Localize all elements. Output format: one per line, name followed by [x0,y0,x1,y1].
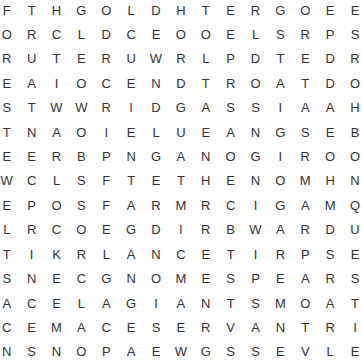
grid-cell-r15c13[interactable]: V [293,340,318,361]
grid-cell-r12c7[interactable]: O [144,266,169,290]
grid-cell-r9c14[interactable]: M [318,193,343,217]
grid-cell-r8c6[interactable]: T [119,169,144,193]
grid-cell-r5c1[interactable]: S [0,96,19,120]
grid-cell-r5c3[interactable]: W [44,96,69,120]
grid-cell-r14c11[interactable]: A [243,315,268,339]
grid-cell-r4c15[interactable]: O [343,71,362,95]
grid-cell-r13c5[interactable]: A [94,291,119,315]
grid-cell-r3c6[interactable]: U [119,47,144,71]
grid-cell-r13c10[interactable]: T [218,291,243,315]
grid-cell-r2c10[interactable]: E [218,22,243,46]
grid-cell-r9c11[interactable]: I [243,193,268,217]
grid-cell-r15c2[interactable]: S [19,340,44,361]
grid-cell-r3c14[interactable]: D [318,47,343,71]
grid-cell-r8c10[interactable]: E [218,169,243,193]
grid-cell-r12c14[interactable]: R [318,266,343,290]
grid-cell-r15c14[interactable]: L [318,340,343,361]
grid-cell-r7c4[interactable]: B [69,144,94,168]
grid-cell-r11c4[interactable]: R [69,242,94,266]
grid-cell-r2c5[interactable]: D [94,22,119,46]
grid-cell-r11c11[interactable]: I [243,242,268,266]
grid-cell-r15c15[interactable]: E [343,340,362,361]
grid-cell-r5c2[interactable]: T [19,96,44,120]
grid-cell-r11c13[interactable]: P [293,242,318,266]
grid-cell-r2c8[interactable]: O [168,22,193,46]
grid-cell-r3c3[interactable]: T [44,47,69,71]
grid-cell-r9c13[interactable]: A [293,193,318,217]
grid-cell-r14c12[interactable]: N [268,315,293,339]
grid-cell-r1c9[interactable]: T [193,0,218,22]
grid-cell-r2c14[interactable]: P [318,22,343,46]
grid-cell-r1c14[interactable]: E [318,0,343,22]
grid-cell-r13c13[interactable]: O [293,291,318,315]
grid-cell-r3c2[interactable]: U [19,47,44,71]
grid-cell-r14c4[interactable]: A [69,315,94,339]
grid-cell-r15c7[interactable]: E [144,340,169,361]
grid-cell-r11c6[interactable]: A [119,242,144,266]
grid-cell-r11c14[interactable]: S [318,242,343,266]
grid-cell-r2c6[interactable]: C [119,22,144,46]
grid-cell-r10c4[interactable]: O [69,218,94,242]
grid-cell-r2c12[interactable]: S [268,22,293,46]
grid-cell-r7c6[interactable]: N [119,144,144,168]
grid-cell-r6c12[interactable]: G [268,120,293,144]
grid-cell-r9c10[interactable]: C [218,193,243,217]
grid-cell-r2c15[interactable]: S [343,22,362,46]
grid-cell-r14c5[interactable]: C [94,315,119,339]
grid-cell-r2c4[interactable]: L [69,22,94,46]
grid-cell-r5c8[interactable]: G [168,96,193,120]
grid-cell-r5c9[interactable]: A [193,96,218,120]
grid-cell-r1c4[interactable]: G [69,0,94,22]
grid-cell-r5c15[interactable]: H [343,96,362,120]
grid-cell-r6c7[interactable]: L [144,120,169,144]
grid-cell-r8c7[interactable]: E [144,169,169,193]
grid-cell-r14c1[interactable]: C [0,315,19,339]
grid-cell-r1c8[interactable]: H [168,0,193,22]
grid-cell-r4c9[interactable]: T [193,71,218,95]
grid-cell-r3c10[interactable]: P [218,47,243,71]
grid-cell-r2c3[interactable]: C [44,22,69,46]
grid-cell-r10c10[interactable]: B [218,218,243,242]
grid-cell-r3c15[interactable]: R [343,47,362,71]
grid-cell-r8c4[interactable]: S [69,169,94,193]
grid-cell-r14c8[interactable]: E [168,315,193,339]
grid-cell-r11c9[interactable]: E [193,242,218,266]
grid-cell-r4c10[interactable]: R [218,71,243,95]
grid-cell-r4c11[interactable]: O [243,71,268,95]
grid-cell-r9c2[interactable]: P [19,193,44,217]
grid-cell-r1c3[interactable]: H [44,0,69,22]
grid-cell-r1c12[interactable]: G [268,0,293,22]
grid-cell-r9c7[interactable]: R [144,193,169,217]
grid-cell-r14c3[interactable]: M [44,315,69,339]
grid-cell-r9c15[interactable]: Q [343,193,362,217]
grid-cell-r9c4[interactable]: S [69,193,94,217]
grid-cell-r6c11[interactable]: N [243,120,268,144]
grid-cell-r10c2[interactable]: R [19,218,44,242]
grid-cell-r2c2[interactable]: R [19,22,44,46]
grid-cell-r5c4[interactable]: W [69,96,94,120]
grid-cell-r13c4[interactable]: L [69,291,94,315]
grid-cell-r14c15[interactable]: I [343,315,362,339]
grid-cell-r7c13[interactable]: R [293,144,318,168]
grid-cell-r10c7[interactable]: D [144,218,169,242]
grid-cell-r8c5[interactable]: F [94,169,119,193]
grid-cell-r4c8[interactable]: D [168,71,193,95]
grid-cell-r10c8[interactable]: I [168,218,193,242]
grid-cell-r8c13[interactable]: M [293,169,318,193]
grid-cell-r10c9[interactable]: R [193,218,218,242]
grid-cell-r12c3[interactable]: E [44,266,69,290]
grid-cell-r6c14[interactable]: E [318,120,343,144]
grid-cell-r6c9[interactable]: E [193,120,218,144]
grid-cell-r5c12[interactable]: I [268,96,293,120]
grid-cell-r7c15[interactable]: O [343,144,362,168]
grid-cell-r3c4[interactable]: E [69,47,94,71]
grid-cell-r3c5[interactable]: R [94,47,119,71]
grid-cell-r8c2[interactable]: C [19,169,44,193]
grid-cell-r10c3[interactable]: C [44,218,69,242]
grid-cell-r9c8[interactable]: M [168,193,193,217]
grid-cell-r10c1[interactable]: L [0,218,19,242]
grid-cell-r9c12[interactable]: G [268,193,293,217]
grid-cell-r4c13[interactable]: T [293,71,318,95]
grid-cell-r5c7[interactable]: D [144,96,169,120]
grid-cell-r12c10[interactable]: S [218,266,243,290]
grid-cell-r7c2[interactable]: E [19,144,44,168]
grid-cell-r5c6[interactable]: I [119,96,144,120]
grid-cell-r13c14[interactable]: A [318,291,343,315]
grid-cell-r10c14[interactable]: D [318,218,343,242]
grid-cell-r7c5[interactable]: P [94,144,119,168]
grid-cell-r14c13[interactable]: T [293,315,318,339]
grid-cell-r4c4[interactable]: O [69,71,94,95]
grid-cell-r12c12[interactable]: E [268,266,293,290]
grid-cell-r6c13[interactable]: S [293,120,318,144]
grid-cell-r5c13[interactable]: A [293,96,318,120]
grid-cell-r11c7[interactable]: N [144,242,169,266]
grid-cell-r4c6[interactable]: E [119,71,144,95]
grid-cell-r8c1[interactable]: W [0,169,19,193]
grid-cell-r15c6[interactable]: A [119,340,144,361]
grid-cell-r9c9[interactable]: R [193,193,218,217]
grid-cell-r1c11[interactable]: R [243,0,268,22]
grid-cell-r12c1[interactable]: S [0,266,19,290]
grid-cell-r6c5[interactable]: I [94,120,119,144]
grid-cell-r6c15[interactable]: B [343,120,362,144]
grid-cell-r11c10[interactable]: T [218,242,243,266]
grid-cell-r5c10[interactable]: S [218,96,243,120]
grid-cell-r14c6[interactable]: E [119,315,144,339]
grid-cell-r15c11[interactable]: S [243,340,268,361]
grid-cell-r10c13[interactable]: R [293,218,318,242]
grid-cell-r7c14[interactable]: O [318,144,343,168]
grid-cell-r5c5[interactable]: R [94,96,119,120]
grid-cell-r7c1[interactable]: E [0,144,19,168]
grid-cell-r13c3[interactable]: E [44,291,69,315]
grid-cell-r7c9[interactable]: N [193,144,218,168]
grid-cell-r13c15[interactable]: T [343,291,362,315]
grid-cell-r15c1[interactable]: N [0,340,19,361]
grid-cell-r6c2[interactable]: N [19,120,44,144]
grid-cell-r12c2[interactable]: N [19,266,44,290]
grid-cell-r8c14[interactable]: H [318,169,343,193]
grid-cell-r14c7[interactable]: S [144,315,169,339]
grid-cell-r8c9[interactable]: H [193,169,218,193]
grid-cell-r12c8[interactable]: M [168,266,193,290]
word-search-grid: FTHGOLDHTERGOEEORCLDCEOOELSRPSRUTERUWRLP… [0,0,362,361]
grid-cell-r10c12[interactable]: A [268,218,293,242]
grid-cell-r13c12[interactable]: M [268,291,293,315]
grid-cell-r6c3[interactable]: A [44,120,69,144]
grid-cell-r14c14[interactable]: R [318,315,343,339]
grid-cell-r12c4[interactable]: C [69,266,94,290]
grid-cell-r6c4[interactable]: O [69,120,94,144]
grid-cell-r13c7[interactable]: I [144,291,169,315]
grid-cell-r8c3[interactable]: L [44,169,69,193]
grid-cell-r8c12[interactable]: O [268,169,293,193]
grid-cell-r7c8[interactable]: A [168,144,193,168]
grid-cell-r13c8[interactable]: A [168,291,193,315]
grid-cell-r11c5[interactable]: L [94,242,119,266]
grid-cell-r3c7[interactable]: W [144,47,169,71]
grid-cell-r14c10[interactable]: V [218,315,243,339]
grid-cell-r6c6[interactable]: E [119,120,144,144]
grid-cell-r14c2[interactable]: E [19,315,44,339]
grid-cell-r13c11[interactable]: S [243,291,268,315]
grid-cell-r15c12[interactable]: E [268,340,293,361]
grid-cell-r11c1[interactable]: T [0,242,19,266]
grid-cell-r12c6[interactable]: N [119,266,144,290]
grid-cell-r9c3[interactable]: O [44,193,69,217]
grid-cell-r1c6[interactable]: L [119,0,144,22]
grid-cell-r7c10[interactable]: O [218,144,243,168]
grid-cell-r11c15[interactable]: E [343,242,362,266]
grid-cell-r4c7[interactable]: N [144,71,169,95]
grid-cell-r14c9[interactable]: R [193,315,218,339]
grid-cell-r13c6[interactable]: G [119,291,144,315]
grid-cell-r15c5[interactable]: P [94,340,119,361]
grid-cell-r3c12[interactable]: T [268,47,293,71]
grid-cell-r6c10[interactable]: A [218,120,243,144]
grid-cell-r1c5[interactable]: O [94,0,119,22]
grid-cell-r11c8[interactable]: C [168,242,193,266]
grid-cell-r3c9[interactable]: L [193,47,218,71]
grid-cell-r4c2[interactable]: A [19,71,44,95]
grid-cell-r15c10[interactable]: S [218,340,243,361]
grid-cell-r2c7[interactable]: E [144,22,169,46]
grid-cell-r13c2[interactable]: C [19,291,44,315]
grid-cell-r10c6[interactable]: G [119,218,144,242]
grid-cell-r5c11[interactable]: S [243,96,268,120]
word-search-puzzle: FTHGOLDHTERGOEEORCLDCEOOELSRPSRUTERUWRLP… [0,0,362,361]
grid-cell-r4c12[interactable]: A [268,71,293,95]
grid-cell-r8c8[interactable]: T [168,169,193,193]
grid-cell-r6c8[interactable]: U [168,120,193,144]
grid-cell-r1c10[interactable]: E [218,0,243,22]
grid-cell-r15c4[interactable]: O [69,340,94,361]
grid-cell-r12c15[interactable]: S [343,266,362,290]
grid-cell-r10c11[interactable]: W [243,218,268,242]
grid-cell-r5c14[interactable]: A [318,96,343,120]
grid-cell-r12c13[interactable]: A [293,266,318,290]
grid-cell-r7c7[interactable]: G [144,144,169,168]
grid-cell-r1c1[interactable]: F [0,0,19,22]
grid-cell-r8c15[interactable]: N [343,169,362,193]
grid-cell-r13c1[interactable]: A [0,291,19,315]
grid-cell-r15c9[interactable]: G [193,340,218,361]
grid-cell-r3c1[interactable]: R [0,47,19,71]
grid-cell-r11c3[interactable]: K [44,242,69,266]
grid-cell-r9c6[interactable]: A [119,193,144,217]
grid-cell-r15c8[interactable]: W [168,340,193,361]
grid-cell-r7c11[interactable]: G [243,144,268,168]
grid-cell-r4c5[interactable]: C [94,71,119,95]
grid-cell-r4c1[interactable]: E [0,71,19,95]
grid-cell-r4c3[interactable]: I [44,71,69,95]
grid-cell-r4c14[interactable]: D [318,71,343,95]
grid-cell-r8c11[interactable]: N [243,169,268,193]
grid-cell-r1c2[interactable]: T [19,0,44,22]
grid-cell-r9c5[interactable]: F [94,193,119,217]
grid-cell-r1c15[interactable]: E [343,0,362,22]
grid-cell-r9c1[interactable]: E [0,193,19,217]
grid-cell-r12c11[interactable]: P [243,266,268,290]
grid-cell-r12c5[interactable]: G [94,266,119,290]
grid-cell-r7c12[interactable]: I [268,144,293,168]
grid-cell-r2c9[interactable]: O [193,22,218,46]
grid-cell-r3c13[interactable]: E [293,47,318,71]
grid-cell-r2c11[interactable]: L [243,22,268,46]
grid-cell-r3c8[interactable]: R [168,47,193,71]
grid-cell-r12c9[interactable]: E [193,266,218,290]
grid-cell-r10c15[interactable]: U [343,218,362,242]
grid-cell-r11c2[interactable]: I [19,242,44,266]
grid-cell-r10c5[interactable]: E [94,218,119,242]
grid-cell-r2c1[interactable]: O [0,22,19,46]
grid-cell-r7c3[interactable]: R [44,144,69,168]
grid-cell-r1c7[interactable]: D [144,0,169,22]
grid-cell-r11c12[interactable]: R [268,242,293,266]
grid-cell-r6c1[interactable]: T [0,120,19,144]
grid-cell-r13c9[interactable]: N [193,291,218,315]
grid-cell-r3c11[interactable]: D [243,47,268,71]
grid-cell-r1c13[interactable]: O [293,0,318,22]
grid-cell-r15c3[interactable]: N [44,340,69,361]
grid-cell-r2c13[interactable]: R [293,22,318,46]
